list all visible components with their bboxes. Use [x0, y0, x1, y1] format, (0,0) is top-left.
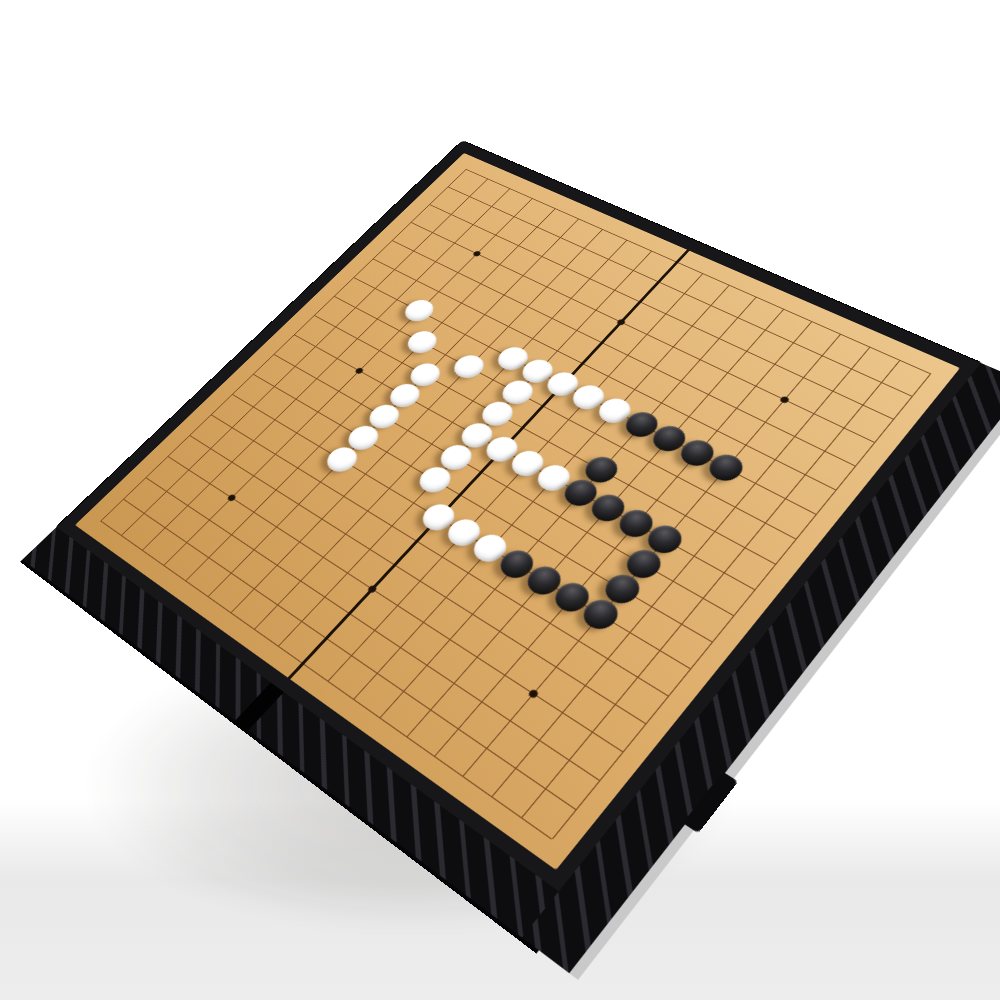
product-photo-scene: [0, 0, 1000, 1000]
